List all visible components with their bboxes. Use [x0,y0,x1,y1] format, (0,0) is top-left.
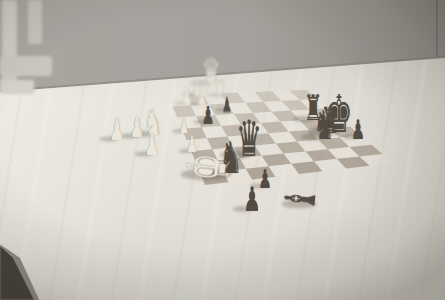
black-knight-c3: ♞ [220,136,243,180]
black-pawn-h4: ♟ [351,116,365,143]
black-pawn-c7: ♟ [222,95,232,115]
white-pawn-off-left-3: ♟ [144,130,160,160]
pieces-layer: ♛♝♜♟♟♟♜♟♟♚♜♞♟♞♟♟♟♟♛♚♞♟♝♟ [0,0,445,300]
black-bishop-fallen: ♝ [279,187,323,212]
white-pawn-off-left-1: ♟ [109,115,125,145]
black-knight-g4: ♞ [314,105,335,145]
photo: ♛♝♜♟♟♟♜♟♟♚♜♞♟♞♟♟♟♟♛♚♞♟♝♟ [0,0,445,300]
black-pawn-b6: ♟ [201,103,214,128]
black-pawn-off-front: ♟ [243,182,261,216]
white-pawn-captured-1: ♟ [181,86,192,108]
white-pawn-off-left-2: ♟ [130,114,145,142]
